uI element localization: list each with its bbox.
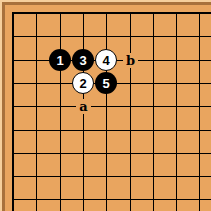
grid-line-horizontal	[12, 176, 211, 177]
grid-line-vertical	[130, 12, 131, 211]
grid-line-vertical	[36, 12, 37, 211]
point-label-a: a	[76, 99, 91, 114]
frame-left-shadow	[2, 2, 5, 211]
frame-top-shadow	[2, 2, 211, 5]
point-label-b: b	[123, 53, 138, 68]
grid-line-vertical	[199, 12, 200, 211]
grid-line-horizontal	[12, 36, 211, 37]
stone-black-3: 3	[72, 49, 94, 71]
stone-white-2: 2	[72, 72, 94, 94]
stone-black-5: 5	[95, 72, 117, 94]
grid-line-horizontal	[12, 153, 211, 154]
grid-line-horizontal	[12, 12, 211, 14]
grid-line-horizontal	[12, 106, 211, 107]
grid-line-horizontal	[12, 130, 211, 131]
grid-line-vertical	[60, 12, 61, 211]
grid-line-vertical	[176, 12, 177, 211]
grid-line-horizontal	[12, 199, 211, 200]
go-diagram: 134b25a	[0, 0, 211, 211]
frame-top-highlight	[0, 0, 211, 2]
stone-white-4: 4	[95, 49, 117, 71]
grid-line-vertical	[12, 12, 14, 211]
grid-line-vertical	[153, 12, 154, 211]
grid-line-vertical	[106, 12, 107, 211]
frame-left-highlight	[0, 0, 2, 211]
stone-black-1: 1	[49, 49, 71, 71]
